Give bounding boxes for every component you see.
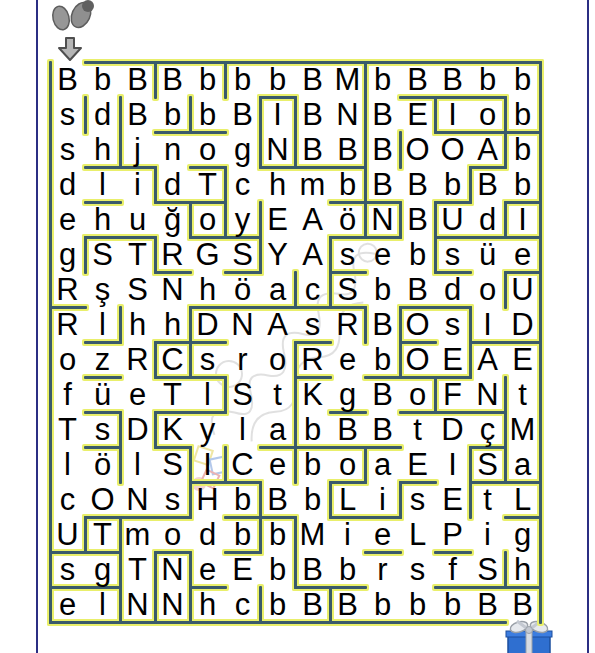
maze-cell: s	[435, 307, 470, 342]
maze-cell: b	[365, 62, 400, 97]
maze-board: BbBBbbbBMbBBbbsdBbbBIBNBEIobshjnogNBBBOO…	[50, 62, 540, 622]
maze-cell: B	[470, 587, 505, 622]
maze-cell: B	[400, 167, 435, 202]
maze-cell: o	[330, 447, 365, 482]
maze-cell: S	[330, 272, 365, 307]
maze-cell: d	[435, 272, 470, 307]
maze-cell: N	[155, 552, 190, 587]
maze-cell: o	[190, 202, 225, 237]
maze-cell: h	[120, 307, 155, 342]
maze-cell: u	[120, 202, 155, 237]
maze-cell: b	[365, 587, 400, 622]
maze-cell: d	[155, 167, 190, 202]
maze-cell: I	[505, 202, 540, 237]
maze-cell: e	[260, 447, 295, 482]
maze-cell: I	[435, 447, 470, 482]
maze-cell: z	[85, 342, 120, 377]
maze-cell: S	[470, 552, 505, 587]
maze-cell: o	[155, 517, 190, 552]
maze-cell: r	[225, 342, 260, 377]
maze-cell: b	[470, 62, 505, 97]
maze-cell: O	[400, 342, 435, 377]
maze-cell: b	[400, 237, 435, 272]
maze-cell: B	[225, 97, 260, 132]
maze-cell: h	[190, 587, 225, 622]
maze-cell: F	[435, 377, 470, 412]
maze-cell: h	[85, 132, 120, 167]
maze-cell: a	[260, 412, 295, 447]
maze-cell: Y	[260, 237, 295, 272]
maze-cell: K	[295, 377, 330, 412]
maze-cell: e	[365, 237, 400, 272]
maze-cell: G	[190, 237, 225, 272]
maze-cell: s	[155, 482, 190, 517]
maze-cell: ü	[470, 237, 505, 272]
maze-cell: E	[260, 202, 295, 237]
maze-cell: O	[85, 482, 120, 517]
maze-cell: j	[120, 132, 155, 167]
maze-cell: U	[435, 202, 470, 237]
maze-cell: d	[85, 97, 120, 132]
maze-cell: b	[365, 342, 400, 377]
maze-cell: T	[190, 167, 225, 202]
maze-cell: B	[365, 412, 400, 447]
maze-cell: ü	[85, 377, 120, 412]
maze-cell: g	[505, 517, 540, 552]
page-margin-rule-left	[36, 0, 38, 653]
maze-cell: B	[400, 62, 435, 97]
maze-cell: h	[260, 167, 295, 202]
maze-cell: N	[155, 587, 190, 622]
maze-cell: e	[330, 342, 365, 377]
maze-cell: N	[155, 272, 190, 307]
maze-cell: R	[295, 342, 330, 377]
maze-cell: B	[295, 97, 330, 132]
maze-cell: m	[120, 517, 155, 552]
maze-cell: b	[190, 97, 225, 132]
maze-cell: e	[190, 552, 225, 587]
maze-cell: o	[50, 342, 85, 377]
maze-cell: ö	[225, 272, 260, 307]
maze-cell: T	[120, 552, 155, 587]
maze-cell: h	[85, 202, 120, 237]
maze-cell: b	[330, 167, 365, 202]
maze-cell: D	[190, 307, 225, 342]
maze-cell: s	[435, 237, 470, 272]
maze-entry-marker	[46, 0, 98, 62]
maze-cell: M	[295, 517, 330, 552]
maze-cell: D	[120, 412, 155, 447]
maze-cell: R	[120, 342, 155, 377]
maze-cell: c	[50, 482, 85, 517]
maze-cell: b	[225, 482, 260, 517]
maze-cell: B	[295, 552, 330, 587]
maze-cell: M	[330, 62, 365, 97]
maze-cell: t	[470, 482, 505, 517]
maze-cell: y	[225, 202, 260, 237]
maze-cell: B	[400, 272, 435, 307]
maze-cell: A	[470, 132, 505, 167]
maze-cell: R	[50, 272, 85, 307]
maze-cell: A	[260, 307, 295, 342]
maze-cell: U	[50, 517, 85, 552]
maze-cell: o	[260, 342, 295, 377]
maze-cell: d	[50, 167, 85, 202]
maze-cell: B	[295, 62, 330, 97]
maze-cell: B	[365, 97, 400, 132]
maze-cell: g	[85, 552, 120, 587]
maze-cell: b	[365, 272, 400, 307]
maze-cell: i	[330, 517, 365, 552]
maze-cell: b	[260, 62, 295, 97]
maze-cell: b	[435, 167, 470, 202]
maze-cell: o	[470, 272, 505, 307]
maze-cell: E	[435, 482, 470, 517]
maze-cell: i	[120, 167, 155, 202]
maze-cell: M	[505, 412, 540, 447]
maze-cell: I	[435, 97, 470, 132]
maze-cell: R	[330, 307, 365, 342]
maze-cell: T	[85, 517, 120, 552]
maze-cell: B	[365, 167, 400, 202]
maze-cell: l	[85, 167, 120, 202]
maze-cell: e	[50, 587, 85, 622]
maze-cell: n	[155, 132, 190, 167]
maze-cell: ö	[85, 447, 120, 482]
maze-cell: A	[295, 237, 330, 272]
maze-cell: b	[260, 552, 295, 587]
maze-cell: h	[155, 307, 190, 342]
maze-cell: g	[330, 377, 365, 412]
maze-cell: N	[470, 377, 505, 412]
maze-cell: ç	[470, 412, 505, 447]
maze-cell: T	[155, 377, 190, 412]
maze-cell: B	[330, 132, 365, 167]
maze-cell: s	[400, 552, 435, 587]
maze-cell: L	[505, 482, 540, 517]
maze-cell: I	[260, 97, 295, 132]
maze-cell: H	[190, 482, 225, 517]
maze-cell: o	[470, 97, 505, 132]
maze-cell: b	[260, 587, 295, 622]
maze-cell: L	[400, 517, 435, 552]
maze-cell: l	[85, 587, 120, 622]
maze-cell: K	[155, 412, 190, 447]
maze-cell: B	[260, 482, 295, 517]
maze-cell: N	[120, 587, 155, 622]
maze-cell: e	[505, 237, 540, 272]
maze-cell: ö	[330, 202, 365, 237]
maze-cell: s	[400, 482, 435, 517]
maze-cell: h	[505, 552, 540, 587]
maze-cell: l	[85, 307, 120, 342]
maze-cell: b	[85, 62, 120, 97]
maze-cell: t	[260, 377, 295, 412]
maze-cell: b	[155, 97, 190, 132]
maze-cell: s	[50, 97, 85, 132]
maze-cell: S	[155, 447, 190, 482]
maze-cell: ş	[85, 272, 120, 307]
maze-cell: B	[295, 132, 330, 167]
maze-cell: b	[505, 132, 540, 167]
maze-cell: b	[505, 97, 540, 132]
maze-cell: B	[365, 377, 400, 412]
maze-cell: t	[505, 377, 540, 412]
maze-cell: S	[470, 447, 505, 482]
maze-cell: b	[295, 482, 330, 517]
gift-icon	[501, 619, 557, 653]
maze-cell: a	[365, 447, 400, 482]
maze-cell: f	[435, 552, 470, 587]
maze-cell: o	[190, 132, 225, 167]
maze-cell: c	[225, 167, 260, 202]
maze-cell: a	[505, 447, 540, 482]
maze-cell: b	[295, 447, 330, 482]
maze-cell: E	[400, 447, 435, 482]
maze-cell: i	[365, 482, 400, 517]
maze-cell: g	[225, 132, 260, 167]
maze-cell: N	[365, 202, 400, 237]
down-arrow-icon	[56, 36, 84, 62]
maze-cell: P	[435, 517, 470, 552]
maze-cell: D	[505, 307, 540, 342]
maze-cell: c	[295, 272, 330, 307]
maze-cell: b	[225, 517, 260, 552]
maze-cell: L	[330, 482, 365, 517]
maze-cell: S	[225, 377, 260, 412]
maze-cell: b	[505, 167, 540, 202]
maze-cell: f	[50, 377, 85, 412]
maze-cell: N	[330, 97, 365, 132]
maze-cell: b	[400, 587, 435, 622]
maze-cell: B	[155, 62, 190, 97]
maze-cell: s	[295, 307, 330, 342]
maze-cell: d	[190, 517, 225, 552]
maze-cell: r	[365, 552, 400, 587]
maze-cell: S	[85, 237, 120, 272]
maze-cell: T	[120, 237, 155, 272]
maze-cell: B	[435, 62, 470, 97]
maze-cell: D	[435, 412, 470, 447]
maze-cell: s	[50, 552, 85, 587]
maze-cell: N	[260, 132, 295, 167]
maze-cell: s	[330, 237, 365, 272]
maze-cell: B	[120, 97, 155, 132]
maze-cell: B	[330, 412, 365, 447]
maze-cell: B	[400, 202, 435, 237]
maze-cell: e	[365, 517, 400, 552]
maze-cell: b	[295, 412, 330, 447]
maze-cell: y	[190, 412, 225, 447]
maze-cell: B	[50, 62, 85, 97]
maze-cell: e	[120, 377, 155, 412]
maze-cell: l	[190, 377, 225, 412]
maze-cell: B	[120, 62, 155, 97]
maze-cell: E	[225, 552, 260, 587]
maze-cell: b	[435, 587, 470, 622]
maze-cell: o	[400, 377, 435, 412]
maze-cell: l	[50, 447, 85, 482]
maze-cell: i	[470, 517, 505, 552]
maze-cell: m	[295, 167, 330, 202]
maze-cell: T	[50, 412, 85, 447]
maze-cell: g	[50, 237, 85, 272]
maze-cell: U	[505, 272, 540, 307]
maze-cell: C	[155, 342, 190, 377]
maze-cell: t	[400, 412, 435, 447]
maze-cell: E	[400, 97, 435, 132]
maze-cell: R	[155, 237, 190, 272]
maze-cell: s	[190, 342, 225, 377]
maze-cell: B	[330, 587, 365, 622]
maze-cell: l	[120, 447, 155, 482]
maze-cell: O	[435, 132, 470, 167]
maze-cell: B	[470, 167, 505, 202]
maze-cell: I	[190, 447, 225, 482]
maze-cell: B	[295, 587, 330, 622]
footprints-icon	[46, 0, 98, 32]
maze-cell: O	[400, 132, 435, 167]
maze-cell: N	[120, 482, 155, 517]
maze-cell: l	[225, 412, 260, 447]
maze-cell: S	[120, 272, 155, 307]
maze-cell: B	[365, 307, 400, 342]
maze-cell: B	[365, 132, 400, 167]
maze-cell: R	[50, 307, 85, 342]
maze-cell: A	[295, 202, 330, 237]
maze-cell: E	[435, 342, 470, 377]
maze-cell: S	[225, 237, 260, 272]
maze-cell: b	[190, 62, 225, 97]
maze-cell: a	[260, 272, 295, 307]
maze-cell: b	[505, 62, 540, 97]
maze-cell: b	[330, 552, 365, 587]
maze-cell: d	[470, 202, 505, 237]
maze-cell: O	[400, 307, 435, 342]
maze-cell: b	[225, 62, 260, 97]
maze-cell: b	[260, 517, 295, 552]
maze-cell: s	[85, 412, 120, 447]
page-margin-rule-right	[587, 0, 589, 653]
maze-cell: E	[505, 342, 540, 377]
maze-cell: e	[50, 202, 85, 237]
maze-cell: ğ	[155, 202, 190, 237]
maze-cell: I	[470, 307, 505, 342]
maze-cell: B	[505, 587, 540, 622]
maze-cell: N	[225, 307, 260, 342]
maze-cell: c	[225, 587, 260, 622]
maze-cell: h	[190, 272, 225, 307]
maze-cell: C	[225, 447, 260, 482]
maze-cell: A	[470, 342, 505, 377]
maze-cell: s	[50, 132, 85, 167]
